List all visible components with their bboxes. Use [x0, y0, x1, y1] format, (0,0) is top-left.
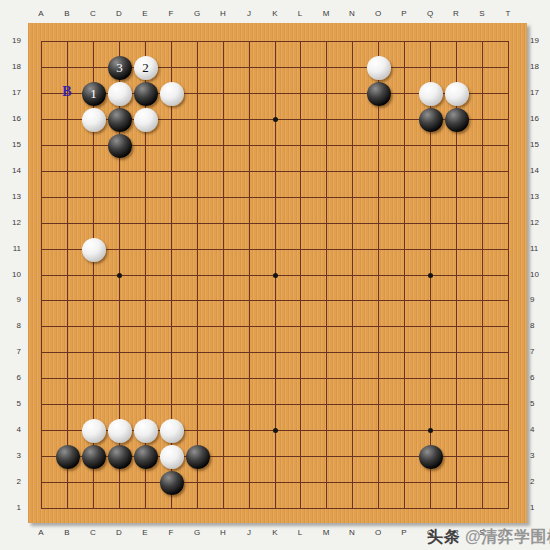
coord-label-left-7: 7 — [0, 347, 21, 357]
coord-label-right-17: 17 — [530, 88, 550, 98]
black-stone-Q3[interactable] — [419, 445, 443, 469]
black-stone-Q16[interactable] — [419, 108, 443, 132]
black-stone-D18[interactable]: 3 — [108, 56, 132, 80]
coord-label-top-A: A — [33, 9, 49, 19]
move-number-E18: 2 — [142, 60, 149, 75]
coord-label-left-17: 17 — [0, 88, 21, 98]
white-stone-R17[interactable] — [445, 82, 469, 106]
coord-label-bottom-K: K — [267, 528, 283, 538]
star-point-K4 — [273, 428, 278, 433]
watermark: 头条 @清弈学围棋 — [427, 527, 550, 547]
coord-label-right-5: 5 — [530, 399, 550, 409]
black-stone-C17[interactable]: 1 — [82, 82, 106, 106]
coord-label-bottom-C: C — [85, 528, 101, 538]
white-stone-F4[interactable] — [160, 419, 184, 443]
grid-line-horizontal — [41, 508, 509, 509]
coord-label-right-6: 6 — [530, 373, 550, 383]
coord-label-right-16: 16 — [530, 114, 550, 124]
grid-line-vertical — [326, 41, 327, 509]
coord-label-left-13: 13 — [0, 192, 21, 202]
annotation-B17: B — [62, 84, 71, 100]
black-stone-E17[interactable] — [134, 82, 158, 106]
coord-label-left-8: 8 — [0, 321, 21, 331]
star-point-Q10 — [428, 273, 433, 278]
black-stone-D16[interactable] — [108, 108, 132, 132]
coord-label-right-19: 19 — [530, 36, 550, 46]
grid-line-vertical — [300, 41, 301, 509]
black-stone-G3[interactable] — [186, 445, 210, 469]
coord-label-left-9: 9 — [0, 295, 21, 305]
coord-label-right-3: 3 — [530, 451, 550, 461]
coord-label-bottom-F: F — [163, 528, 179, 538]
grid-line-vertical — [404, 41, 405, 509]
coord-label-left-18: 18 — [0, 62, 21, 72]
black-stone-O17[interactable] — [367, 82, 391, 106]
coord-label-bottom-A: A — [33, 528, 49, 538]
grid-line-horizontal — [41, 404, 509, 405]
coord-label-top-H: H — [215, 9, 231, 19]
coord-label-left-10: 10 — [0, 270, 21, 280]
star-point-Q4 — [428, 428, 433, 433]
star-point-K16 — [273, 117, 278, 122]
coord-label-bottom-J: J — [241, 528, 257, 538]
coord-label-right-14: 14 — [530, 166, 550, 176]
coord-label-left-19: 19 — [0, 36, 21, 46]
black-stone-E3[interactable] — [134, 445, 158, 469]
coord-label-top-T: T — [500, 9, 516, 19]
star-point-D10 — [117, 273, 122, 278]
black-stone-C3[interactable] — [82, 445, 106, 469]
move-number-C17: 1 — [90, 86, 97, 101]
coord-label-left-6: 6 — [0, 373, 21, 383]
coord-label-bottom-H: H — [215, 528, 231, 538]
white-stone-C16[interactable] — [82, 108, 106, 132]
coord-label-right-12: 12 — [530, 218, 550, 228]
coord-label-bottom-O: O — [370, 528, 386, 538]
white-stone-C11[interactable] — [82, 238, 106, 262]
coord-label-bottom-M: M — [318, 528, 334, 538]
grid-line-horizontal — [41, 378, 509, 379]
coord-label-right-1: 1 — [530, 503, 550, 513]
coord-label-right-9: 9 — [530, 295, 550, 305]
coord-label-top-F: F — [163, 9, 179, 19]
coord-label-top-G: G — [189, 9, 205, 19]
watermark-handle: @清弈学围棋 — [465, 528, 550, 545]
coord-label-right-8: 8 — [530, 321, 550, 331]
black-stone-F2[interactable] — [160, 471, 184, 495]
black-stone-D3[interactable] — [108, 445, 132, 469]
coord-label-left-4: 4 — [0, 425, 21, 435]
coord-label-top-L: L — [292, 9, 308, 19]
white-stone-E16[interactable] — [134, 108, 158, 132]
move-number-D18: 3 — [116, 60, 123, 75]
coord-label-left-1: 1 — [0, 503, 21, 513]
coord-label-top-M: M — [318, 9, 334, 19]
watermark-brand: 头条 — [427, 528, 460, 545]
coord-label-bottom-P: P — [396, 528, 412, 538]
coord-label-left-11: 11 — [0, 244, 21, 254]
coord-label-bottom-D: D — [111, 528, 127, 538]
board-grid[interactable]: 312B — [41, 41, 509, 509]
coord-label-bottom-B: B — [59, 528, 75, 538]
coord-label-top-B: B — [59, 9, 75, 19]
grid-line-horizontal — [41, 326, 509, 327]
coord-label-top-P: P — [396, 9, 412, 19]
coord-label-top-J: J — [241, 9, 257, 19]
coord-label-left-15: 15 — [0, 140, 21, 150]
black-stone-R16[interactable] — [445, 108, 469, 132]
white-stone-F17[interactable] — [160, 82, 184, 106]
coord-label-right-7: 7 — [530, 347, 550, 357]
grid-line-horizontal — [41, 482, 509, 483]
grid-line-vertical — [508, 41, 509, 509]
coord-label-bottom-G: G — [189, 528, 205, 538]
black-stone-D15[interactable] — [108, 134, 132, 158]
coord-label-right-10: 10 — [530, 270, 550, 280]
coord-label-right-15: 15 — [530, 140, 550, 150]
white-stone-E4[interactable] — [134, 419, 158, 443]
go-diagram-page: 312B AABBCCDDEEFFGGHHJJKKLLMMNNOOPPQQRRS… — [0, 0, 550, 550]
coord-label-left-5: 5 — [0, 399, 21, 409]
grid-line-vertical — [482, 41, 483, 509]
coord-label-top-Q: Q — [422, 9, 438, 19]
coord-label-right-2: 2 — [530, 477, 550, 487]
coord-label-top-S: S — [474, 9, 490, 19]
white-stone-C4[interactable] — [82, 419, 106, 443]
coord-label-right-4: 4 — [530, 425, 550, 435]
white-stone-D4[interactable] — [108, 419, 132, 443]
coord-label-right-11: 11 — [530, 244, 550, 254]
white-stone-D17[interactable] — [108, 82, 132, 106]
grid-line-horizontal — [41, 300, 509, 301]
coord-label-right-18: 18 — [530, 62, 550, 72]
white-stone-F3[interactable] — [160, 445, 184, 469]
coord-label-top-N: N — [344, 9, 360, 19]
star-point-K10 — [273, 273, 278, 278]
coord-label-bottom-L: L — [292, 528, 308, 538]
white-stone-E18[interactable]: 2 — [134, 56, 158, 80]
coord-label-left-16: 16 — [0, 114, 21, 124]
grid-line-vertical — [352, 41, 353, 509]
coord-label-left-3: 3 — [0, 451, 21, 461]
coord-label-bottom-N: N — [344, 528, 360, 538]
coord-label-left-12: 12 — [0, 218, 21, 228]
coord-label-top-O: O — [370, 9, 386, 19]
coord-label-top-E: E — [137, 9, 153, 19]
coord-label-left-14: 14 — [0, 166, 21, 176]
black-stone-B3[interactable] — [56, 445, 80, 469]
coord-label-left-2: 2 — [0, 477, 21, 487]
coord-label-top-D: D — [111, 9, 127, 19]
coord-label-top-R: R — [448, 9, 464, 19]
coord-label-right-13: 13 — [530, 192, 550, 202]
grid-line-vertical — [378, 41, 379, 509]
coord-label-top-C: C — [85, 9, 101, 19]
white-stone-Q17[interactable] — [419, 82, 443, 106]
white-stone-O18[interactable] — [367, 56, 391, 80]
grid-line-horizontal — [41, 352, 509, 353]
coord-label-top-K: K — [267, 9, 283, 19]
coord-label-bottom-E: E — [137, 528, 153, 538]
